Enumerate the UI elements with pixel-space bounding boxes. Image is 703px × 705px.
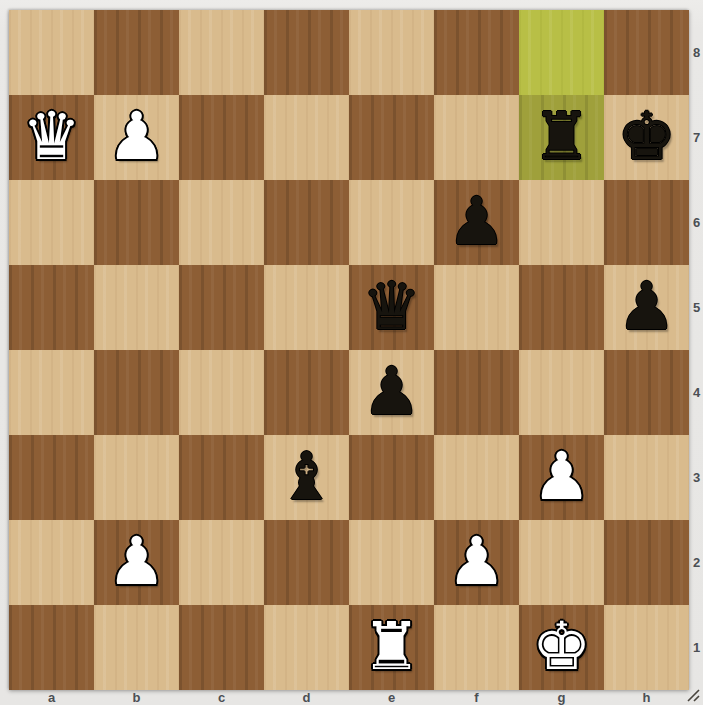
file-label-e: e (349, 690, 434, 705)
piece-white-king[interactable]: ♚ (519, 605, 604, 690)
rank-label-7: 7 (690, 95, 703, 180)
file-label-c: c (179, 690, 264, 705)
square-e6[interactable] (349, 180, 434, 265)
square-h6[interactable] (604, 180, 689, 265)
square-b5[interactable] (94, 265, 179, 350)
square-g2[interactable] (519, 520, 604, 605)
square-b6[interactable] (94, 180, 179, 265)
square-g3[interactable]: ♟ (519, 435, 604, 520)
square-d8[interactable] (264, 10, 349, 95)
square-a1[interactable] (9, 605, 94, 690)
rank-label-8: 8 (690, 10, 703, 95)
square-g6[interactable] (519, 180, 604, 265)
square-f1[interactable] (434, 605, 519, 690)
square-d5[interactable] (264, 265, 349, 350)
rank-label-6: 6 (690, 180, 703, 265)
rank-label-4: 4 (690, 350, 703, 435)
square-c5[interactable] (179, 265, 264, 350)
square-f6[interactable]: ♟ (434, 180, 519, 265)
square-d7[interactable] (264, 95, 349, 180)
file-coordinates: abcdefgh (9, 690, 689, 705)
square-h3[interactable] (604, 435, 689, 520)
square-b7[interactable]: ♟ (94, 95, 179, 180)
square-f5[interactable] (434, 265, 519, 350)
piece-white-rook[interactable]: ♜ (349, 605, 434, 690)
square-g5[interactable] (519, 265, 604, 350)
piece-black-bishop[interactable]: ♝ (264, 435, 349, 520)
square-b8[interactable] (94, 10, 179, 95)
piece-white-pawn[interactable]: ♟ (519, 435, 604, 520)
piece-black-pawn[interactable]: ♟ (604, 265, 689, 350)
piece-white-pawn[interactable]: ♟ (94, 520, 179, 605)
piece-white-pawn[interactable]: ♟ (94, 95, 179, 180)
square-d1[interactable] (264, 605, 349, 690)
square-e3[interactable] (349, 435, 434, 520)
square-b1[interactable] (94, 605, 179, 690)
board-resize-handle-icon[interactable] (686, 688, 701, 703)
page-background: ♛♟♜♚♟♛♟♟♝♟♟♟♜♚ abcdefgh 87654321 (0, 0, 703, 705)
file-label-h: h (604, 690, 689, 705)
rank-label-3: 3 (690, 435, 703, 520)
square-a7[interactable]: ♛ (9, 95, 94, 180)
square-d2[interactable] (264, 520, 349, 605)
square-e4[interactable]: ♟ (349, 350, 434, 435)
square-c3[interactable] (179, 435, 264, 520)
square-c8[interactable] (179, 10, 264, 95)
file-label-b: b (94, 690, 179, 705)
file-label-f: f (434, 690, 519, 705)
square-g7[interactable]: ♜ (519, 95, 604, 180)
piece-white-queen[interactable]: ♛ (9, 95, 94, 180)
piece-black-queen[interactable]: ♛ (349, 265, 434, 350)
square-a6[interactable] (9, 180, 94, 265)
square-e5[interactable]: ♛ (349, 265, 434, 350)
square-g1[interactable]: ♚ (519, 605, 604, 690)
square-h8[interactable] (604, 10, 689, 95)
square-e7[interactable] (349, 95, 434, 180)
square-b4[interactable] (94, 350, 179, 435)
square-c7[interactable] (179, 95, 264, 180)
square-h7[interactable]: ♚ (604, 95, 689, 180)
square-c4[interactable] (179, 350, 264, 435)
square-d6[interactable] (264, 180, 349, 265)
file-label-a: a (9, 690, 94, 705)
piece-black-king[interactable]: ♚ (604, 95, 689, 180)
square-d4[interactable] (264, 350, 349, 435)
square-g4[interactable] (519, 350, 604, 435)
square-f3[interactable] (434, 435, 519, 520)
square-c2[interactable] (179, 520, 264, 605)
piece-white-pawn[interactable]: ♟ (434, 520, 519, 605)
square-f7[interactable] (434, 95, 519, 180)
square-b2[interactable]: ♟ (94, 520, 179, 605)
rank-label-1: 1 (690, 605, 703, 690)
square-h1[interactable] (604, 605, 689, 690)
square-d3[interactable]: ♝ (264, 435, 349, 520)
square-g8[interactable] (519, 10, 604, 95)
square-c1[interactable] (179, 605, 264, 690)
square-a4[interactable] (9, 350, 94, 435)
square-e1[interactable]: ♜ (349, 605, 434, 690)
square-f2[interactable]: ♟ (434, 520, 519, 605)
rank-label-2: 2 (690, 520, 703, 605)
square-h5[interactable]: ♟ (604, 265, 689, 350)
square-f4[interactable] (434, 350, 519, 435)
rank-label-5: 5 (690, 265, 703, 350)
chess-board: ♛♟♜♚♟♛♟♟♝♟♟♟♜♚ (9, 10, 689, 690)
file-label-d: d (264, 690, 349, 705)
square-h2[interactable] (604, 520, 689, 605)
square-b3[interactable] (94, 435, 179, 520)
square-a8[interactable] (9, 10, 94, 95)
piece-black-pawn[interactable]: ♟ (349, 350, 434, 435)
square-e2[interactable] (349, 520, 434, 605)
square-a3[interactable] (9, 435, 94, 520)
square-e8[interactable] (349, 10, 434, 95)
file-label-g: g (519, 690, 604, 705)
square-a2[interactable] (9, 520, 94, 605)
square-f8[interactable] (434, 10, 519, 95)
piece-black-rook[interactable]: ♜ (519, 95, 604, 180)
rank-coordinates: 87654321 (690, 10, 703, 690)
piece-black-pawn[interactable]: ♟ (434, 180, 519, 265)
square-c6[interactable] (179, 180, 264, 265)
square-a5[interactable] (9, 265, 94, 350)
square-h4[interactable] (604, 350, 689, 435)
